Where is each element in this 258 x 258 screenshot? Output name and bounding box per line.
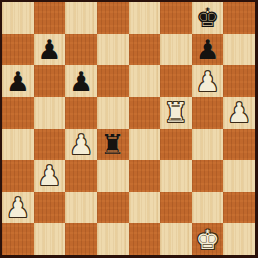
square-c6[interactable]: ♟ (65, 65, 97, 97)
square-g6[interactable]: ♟ (192, 65, 224, 97)
square-f2[interactable] (160, 192, 192, 224)
piece-white-pawn[interactable]: ♟ (69, 131, 93, 158)
piece-white-rook[interactable]: ♜ (164, 99, 188, 126)
square-b3[interactable]: ♟ (34, 160, 66, 192)
square-c8[interactable] (65, 2, 97, 34)
square-f7[interactable] (160, 34, 192, 66)
piece-black-pawn[interactable]: ♟ (195, 36, 219, 63)
piece-black-rook[interactable]: ♜ (101, 131, 125, 158)
square-c4[interactable]: ♟ (65, 129, 97, 161)
square-a1[interactable] (2, 223, 34, 255)
piece-white-king[interactable]: ♚ (195, 226, 219, 253)
piece-black-king[interactable]: ♚ (195, 4, 219, 31)
square-e6[interactable] (129, 65, 161, 97)
square-h8[interactable] (223, 2, 255, 34)
square-a2[interactable]: ♟ (2, 192, 34, 224)
square-d1[interactable] (97, 223, 129, 255)
square-h6[interactable] (223, 65, 255, 97)
square-c5[interactable] (65, 97, 97, 129)
square-b6[interactable] (34, 65, 66, 97)
square-a3[interactable] (2, 160, 34, 192)
square-c1[interactable] (65, 223, 97, 255)
square-h5[interactable]: ♟ (223, 97, 255, 129)
square-h7[interactable] (223, 34, 255, 66)
piece-white-pawn[interactable]: ♟ (37, 162, 61, 189)
square-e2[interactable] (129, 192, 161, 224)
square-d7[interactable] (97, 34, 129, 66)
square-a5[interactable] (2, 97, 34, 129)
piece-white-pawn[interactable]: ♟ (227, 99, 251, 126)
square-h3[interactable] (223, 160, 255, 192)
square-g8[interactable]: ♚ (192, 2, 224, 34)
square-b5[interactable] (34, 97, 66, 129)
square-e5[interactable] (129, 97, 161, 129)
square-d4[interactable]: ♜ (97, 129, 129, 161)
square-f6[interactable] (160, 65, 192, 97)
square-d3[interactable] (97, 160, 129, 192)
square-b4[interactable] (34, 129, 66, 161)
piece-white-pawn[interactable]: ♟ (195, 68, 219, 95)
square-h4[interactable] (223, 129, 255, 161)
chess-board: ♚♟♟♟♟♟♜♟♟♜♟♟♚ (0, 0, 258, 258)
square-g1[interactable]: ♚ (192, 223, 224, 255)
square-e3[interactable] (129, 160, 161, 192)
square-a6[interactable]: ♟ (2, 65, 34, 97)
square-b7[interactable]: ♟ (34, 34, 66, 66)
square-f5[interactable]: ♜ (160, 97, 192, 129)
piece-black-pawn[interactable]: ♟ (69, 68, 93, 95)
square-b2[interactable] (34, 192, 66, 224)
square-g2[interactable] (192, 192, 224, 224)
square-d2[interactable] (97, 192, 129, 224)
square-a8[interactable] (2, 2, 34, 34)
square-g4[interactable] (192, 129, 224, 161)
square-d6[interactable] (97, 65, 129, 97)
square-f8[interactable] (160, 2, 192, 34)
square-c2[interactable] (65, 192, 97, 224)
square-g5[interactable] (192, 97, 224, 129)
square-a4[interactable] (2, 129, 34, 161)
square-f3[interactable] (160, 160, 192, 192)
square-e7[interactable] (129, 34, 161, 66)
piece-black-pawn[interactable]: ♟ (6, 68, 30, 95)
square-a7[interactable] (2, 34, 34, 66)
square-c7[interactable] (65, 34, 97, 66)
square-d5[interactable] (97, 97, 129, 129)
piece-white-pawn[interactable]: ♟ (6, 194, 30, 221)
square-g3[interactable] (192, 160, 224, 192)
square-c3[interactable] (65, 160, 97, 192)
square-h2[interactable] (223, 192, 255, 224)
square-d8[interactable] (97, 2, 129, 34)
square-g7[interactable]: ♟ (192, 34, 224, 66)
square-b1[interactable] (34, 223, 66, 255)
square-e8[interactable] (129, 2, 161, 34)
square-h1[interactable] (223, 223, 255, 255)
square-f4[interactable] (160, 129, 192, 161)
square-e1[interactable] (129, 223, 161, 255)
square-f1[interactable] (160, 223, 192, 255)
square-e4[interactable] (129, 129, 161, 161)
piece-black-pawn[interactable]: ♟ (37, 36, 61, 63)
board-grid: ♚♟♟♟♟♟♜♟♟♜♟♟♚ (2, 2, 255, 255)
square-b8[interactable] (34, 2, 66, 34)
